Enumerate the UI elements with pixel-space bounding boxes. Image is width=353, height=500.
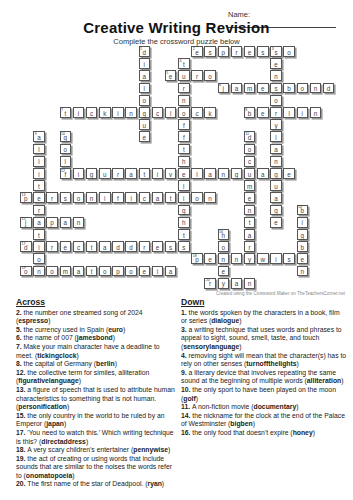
cell-letter: i <box>140 60 150 69</box>
clue-number: 7. <box>16 343 24 350</box>
grid-cell[interactable]: t <box>178 144 190 155</box>
grid-cell[interactable]: t <box>244 217 256 228</box>
grid-cell[interactable]: s <box>270 83 282 94</box>
cell-letter: r <box>192 72 202 81</box>
grid-cell[interactable]: i <box>152 266 164 277</box>
grid-cell[interactable]: d <box>323 83 335 94</box>
grid-cell[interactable]: n <box>270 70 282 81</box>
grid-cell[interactable]: e <box>33 192 45 203</box>
grid-cell[interactable]: 5e <box>165 70 177 81</box>
grid-cell[interactable]: l <box>283 107 295 118</box>
grid-cell[interactable]: n <box>270 156 282 167</box>
grid-cell[interactable]: s <box>283 253 295 264</box>
grid-cell[interactable]: 6j <box>218 83 230 94</box>
grid-cell[interactable]: e <box>270 58 282 69</box>
grid-cell[interactable]: y <box>218 278 230 289</box>
grid-cell[interactable]: t <box>33 180 45 191</box>
grid-cell[interactable]: n <box>310 83 322 94</box>
grid-cell[interactable]: s <box>257 46 269 57</box>
clue-number: 1. <box>181 309 189 316</box>
cell-letter: i <box>34 243 44 252</box>
clue-number: 4. <box>181 352 189 359</box>
cell-letter: y <box>219 279 229 288</box>
grid-cell[interactable]: a <box>99 241 111 252</box>
cell-letter: d <box>21 243 31 252</box>
across-clues-section: Across 2. the number one streamed song o… <box>16 298 176 489</box>
grid-cell[interactable]: 13p <box>20 192 32 203</box>
grid-cell[interactable]: e <box>139 131 151 142</box>
grid-cell[interactable]: r <box>244 241 256 252</box>
grid-cell[interactable]: c <box>191 107 203 118</box>
grid-cell[interactable]: c <box>152 107 164 118</box>
cell-letter: r <box>113 170 123 179</box>
grid-cell[interactable]: n <box>178 95 190 106</box>
grid-cell[interactable]: e <box>283 168 295 179</box>
page-title: Creative Writing Revision <box>0 19 353 36</box>
grid-cell[interactable]: c <box>73 241 85 252</box>
cell-letter: s <box>271 48 281 57</box>
grid-cell[interactable]: 1d <box>139 46 151 57</box>
cell-letter: e <box>284 170 294 179</box>
grid-cell[interactable]: a <box>125 168 137 179</box>
cell-letter: b <box>298 243 308 252</box>
grid-cell[interactable]: a <box>204 168 216 179</box>
cell-letter: i <box>113 109 123 118</box>
grid-cell[interactable]: c <box>139 192 151 203</box>
cell-letter: a <box>245 231 255 240</box>
cell-letter: i <box>153 170 163 179</box>
grid-cell[interactable]: y <box>270 119 282 130</box>
grid-cell[interactable]: n <box>218 253 230 264</box>
grid-cell[interactable]: n <box>244 278 256 289</box>
grid-cell[interactable]: t <box>33 229 45 240</box>
cell-letter: t <box>179 60 189 69</box>
grid-cell[interactable]: p <box>218 46 230 57</box>
clue-answer: japan <box>46 420 64 427</box>
grid-cell[interactable]: i <box>33 168 45 179</box>
cell-letter: u <box>271 182 281 191</box>
grid-cell[interactable]: e <box>178 168 190 179</box>
grid-cell[interactable]: n <box>204 192 216 203</box>
grid-cell[interactable]: i <box>112 107 124 118</box>
cell-letter: h <box>179 157 189 166</box>
cell-letter: a <box>153 194 163 203</box>
grid-cell[interactable]: e <box>244 46 256 57</box>
clue-answer: figurativelanguage <box>18 377 78 384</box>
cell-letter: t <box>179 145 189 154</box>
clue-number: 18. <box>16 446 27 453</box>
cell-letter: s <box>166 243 176 252</box>
cell-letter: o <box>245 145 255 154</box>
grid-cell[interactable]: r <box>270 107 282 118</box>
cell-letter: h <box>219 231 229 240</box>
cell-letter: b <box>298 206 308 215</box>
grid-cell[interactable]: r <box>46 241 58 252</box>
crossword-worksheet: { "game": "crossword", "header": { "name… <box>0 0 353 500</box>
grid-cell[interactable]: o <box>99 266 111 277</box>
grid-cell[interactable]: n <box>218 168 230 179</box>
grid-cell[interactable]: t <box>86 266 98 277</box>
grid-cell[interactable]: t <box>139 168 151 179</box>
grid-cell[interactable]: r <box>231 46 243 57</box>
grid-cell[interactable]: e <box>257 83 269 94</box>
cell-letter: t <box>140 170 150 179</box>
clue-number: 10. <box>181 386 192 393</box>
grid-cell[interactable]: e <box>270 217 282 228</box>
cell-letter: r <box>140 243 150 252</box>
grid-cell[interactable]: i <box>139 58 151 69</box>
grid-cell[interactable]: a <box>165 266 177 277</box>
clue-item: 1. the words spoken by the characters in… <box>181 309 347 326</box>
grid-cell[interactable]: s <box>178 241 190 252</box>
grid-cell[interactable]: h <box>178 217 190 228</box>
grid-cell[interactable]: e <box>60 241 72 252</box>
grid-cell[interactable]: i <box>99 192 111 203</box>
cell-letter: t <box>34 231 44 240</box>
cell-letter: r <box>179 84 189 93</box>
grid-cell[interactable]: 17d <box>20 241 32 252</box>
cell-letter: o <box>219 243 229 252</box>
grid-cell[interactable]: a <box>152 192 164 203</box>
cell-letter: a <box>61 218 71 227</box>
grid-cell[interactable]: e <box>204 253 216 264</box>
grid-cell[interactable]: g <box>231 168 243 179</box>
cell-letter: o <box>205 72 215 81</box>
clue-answer: honey <box>293 429 313 436</box>
cell-letter: p <box>21 194 31 203</box>
grid-cell[interactable]: a <box>270 192 282 203</box>
grid-cell[interactable]: e <box>244 192 256 203</box>
cell-letter: i <box>126 194 136 203</box>
grid-cell[interactable]: i <box>33 241 45 252</box>
grid-cell[interactable]: o <box>297 83 309 94</box>
grid-cell[interactable]: e <box>297 253 309 264</box>
cell-letter: y <box>271 121 281 130</box>
grid-cell[interactable]: a <box>33 217 45 228</box>
grid-cell[interactable]: o <box>204 70 216 81</box>
cell-letter: g <box>87 170 97 179</box>
grid-cell[interactable]: 20r <box>204 278 216 289</box>
cell-letter: g <box>271 206 281 215</box>
grid-cell[interactable]: r <box>46 192 58 203</box>
cell-letter: e <box>271 60 281 69</box>
grid-cell[interactable]: i <box>297 217 309 228</box>
grid-cell[interactable]: l <box>165 107 177 118</box>
cell-letter: a <box>140 72 150 81</box>
grid-cell[interactable]: o <box>244 144 256 155</box>
grid-cell[interactable]: d <box>112 241 124 252</box>
cell-letter: n <box>219 170 229 179</box>
clue-item: 19. the act of creating or using words t… <box>16 455 176 481</box>
cell-letter: a <box>166 267 176 276</box>
cell-letter: n <box>179 96 189 105</box>
cell-letter: n <box>311 109 321 118</box>
grid-cell[interactable]: l <box>139 83 151 94</box>
cell-letter: j <box>21 218 31 227</box>
grid-cell[interactable]: c <box>86 107 98 118</box>
cell-letter: l <box>61 157 71 166</box>
grid-cell[interactable]: n <box>231 253 243 264</box>
grid-cell[interactable]: g <box>178 205 190 216</box>
clue-answer: berlin <box>96 360 115 367</box>
cell-letter: d <box>245 133 255 142</box>
grid-cell[interactable]: o <box>46 266 58 277</box>
grid-cell[interactable]: s <box>204 46 216 57</box>
cell-letter: i <box>74 170 84 179</box>
grid-cell[interactable]: b <box>283 83 295 94</box>
grid-cell[interactable]: m <box>244 180 256 191</box>
grid-cell[interactable]: 4t <box>178 58 190 69</box>
grid-cell[interactable]: a <box>257 168 269 179</box>
grid-cell[interactable]: o <box>125 266 137 277</box>
grid-cell[interactable]: m <box>60 266 72 277</box>
clue-answer: alliteration <box>307 377 341 384</box>
cell-letter: o <box>284 48 294 57</box>
across-clue-list: 2. the number one streamed song of 2024 … <box>16 309 176 489</box>
grid-cell[interactable]: h <box>178 156 190 167</box>
grid-cell[interactable]: c <box>244 156 256 167</box>
cell-letter: i <box>34 170 44 179</box>
grid-cell[interactable]: n <box>86 192 98 203</box>
cell-letter: c <box>74 243 84 252</box>
cell-letter: s <box>61 194 71 203</box>
cell-letter: f <box>179 121 189 130</box>
grid-cell[interactable]: o <box>270 95 282 106</box>
grid-cell[interactable]: 2e <box>191 46 203 57</box>
cell-letter: h <box>179 218 189 227</box>
cell-letter: l <box>284 109 294 118</box>
grid-cell[interactable]: e <box>139 266 151 277</box>
grid-cell[interactable]: u <box>178 70 190 81</box>
grid-cell[interactable]: o <box>191 192 203 203</box>
cell-letter: a <box>34 133 44 142</box>
grid-cell[interactable]: l <box>178 180 190 191</box>
clue-number: 12. <box>16 369 27 376</box>
grid-cell[interactable]: v <box>165 168 177 179</box>
cell-letter: e <box>245 48 255 57</box>
grid-cell[interactable]: o <box>218 241 230 252</box>
grid-cell[interactable]: e <box>257 107 269 118</box>
grid-cell[interactable]: s <box>165 241 177 252</box>
grid-cell[interactable]: u <box>270 180 282 191</box>
grid-cell[interactable]: a <box>60 217 72 228</box>
grid-cell[interactable]: f <box>178 119 190 130</box>
cell-letter: n <box>245 279 255 288</box>
grid-cell[interactable]: g <box>139 107 151 118</box>
grid-cell[interactable]: l <box>33 156 45 167</box>
grid-cell[interactable]: n <box>73 217 85 228</box>
cell-letter: n <box>271 157 281 166</box>
clue-answer: turnoffthelights <box>246 360 296 367</box>
grid-cell[interactable]: u <box>244 168 256 179</box>
grid-cell[interactable]: 3s <box>270 46 282 57</box>
cell-letter: n <box>126 109 136 118</box>
clue-item: 18. A very scary children's entertainer … <box>16 446 176 455</box>
cell-letter: o <box>74 194 84 203</box>
grid-cell[interactable]: n <box>244 205 256 216</box>
grid-cell[interactable]: e <box>218 266 230 277</box>
grid-cell[interactable]: t <box>165 192 177 203</box>
grid-cell[interactable]: n <box>310 107 322 118</box>
clue-item: 10. the only sport to have been played o… <box>181 386 347 403</box>
grid-cell[interactable]: o <box>73 192 85 203</box>
cell-letter: o <box>126 267 136 276</box>
cell-letter: r <box>245 243 255 252</box>
grid-cell[interactable]: i <box>73 107 85 118</box>
cell-letter: k <box>100 109 110 118</box>
grid-cell[interactable]: 10g <box>60 131 72 142</box>
grid-cell[interactable]: f <box>112 192 124 203</box>
grid-cell[interactable]: k <box>99 107 111 118</box>
cell-letter: t <box>245 218 255 227</box>
cell-letter: l <box>140 84 150 93</box>
grid-cell[interactable]: 9a <box>33 131 45 142</box>
grid-cell[interactable]: m <box>244 83 256 94</box>
cell-letter: a <box>34 218 44 227</box>
grid-cell[interactable]: o <box>60 144 72 155</box>
grid-cell[interactable]: e <box>152 241 164 252</box>
clue-item: 12. the collective term for similes, all… <box>16 369 176 386</box>
grid-cell[interactable]: a <box>270 144 282 155</box>
grid-cell[interactable]: f <box>178 131 190 142</box>
grid-cell[interactable]: i <box>297 107 309 118</box>
cell-letter: l <box>271 133 281 142</box>
grid-cell[interactable]: a <box>139 70 151 81</box>
grid-cell[interactable]: k <box>204 107 216 118</box>
grid-cell[interactable]: a <box>244 229 256 240</box>
cell-letter: e <box>179 170 189 179</box>
grid-cell[interactable]: r <box>139 241 151 252</box>
cell-letter: e <box>245 194 255 203</box>
grid-cell[interactable]: g <box>86 168 98 179</box>
cell-letter: d <box>126 243 136 252</box>
grid-cell[interactable]: s <box>60 192 72 203</box>
cell-letter: v <box>166 170 176 179</box>
grid-cell[interactable]: i <box>73 168 85 179</box>
grid-cell[interactable]: l <box>270 131 282 142</box>
grid-cell[interactable]: o <box>283 46 295 57</box>
grid-cell[interactable]: a <box>231 278 243 289</box>
clue-number: 13. <box>16 386 27 393</box>
grid-cell[interactable]: n <box>125 107 137 118</box>
grid-cell[interactable]: i <box>270 253 282 264</box>
cell-letter: i <box>298 109 308 118</box>
cell-letter: m <box>245 84 255 93</box>
grid-cell[interactable]: n <box>33 266 45 277</box>
grid-cell[interactable]: w <box>257 253 269 264</box>
cell-letter: e <box>205 255 215 264</box>
grid-cell[interactable]: 18p <box>191 253 203 264</box>
cell-letter: a <box>126 170 136 179</box>
cell-letter: i <box>100 194 110 203</box>
grid-cell[interactable]: g <box>270 205 282 216</box>
cell-letter: w <box>258 255 268 264</box>
grid-cell[interactable]: t <box>86 241 98 252</box>
clue-answer: dialogue <box>211 317 239 324</box>
grid-cell[interactable]: l <box>191 168 203 179</box>
grid-cell[interactable]: y <box>244 253 256 264</box>
grid-cell[interactable]: r <box>33 205 45 216</box>
cell-letter: d <box>113 243 123 252</box>
grid-cell[interactable]: u <box>139 119 151 130</box>
clue-answer: onomatopoeia <box>26 472 72 479</box>
cell-letter: e <box>153 243 163 252</box>
grid-cell[interactable]: o <box>178 107 190 118</box>
cell-letter: s <box>258 48 268 57</box>
cell-letter: e <box>140 267 150 276</box>
cell-letter: a <box>271 194 281 203</box>
clue-item: 2. the number one streamed song of 2024 … <box>16 309 176 326</box>
clue-number: 19. <box>16 455 27 462</box>
cell-letter: n <box>271 72 281 81</box>
cell-letter: a <box>258 170 268 179</box>
clue-answer: golf <box>183 395 195 402</box>
grid-cell[interactable]: d <box>125 241 137 252</box>
grid-cell[interactable]: 12f <box>60 168 72 179</box>
grid-cell[interactable]: l <box>33 144 45 155</box>
grid-cell[interactable]: i <box>125 192 137 203</box>
cell-letter: n <box>34 267 44 276</box>
cell-letter: p <box>219 48 229 57</box>
grid-cell[interactable]: a <box>231 83 243 94</box>
cell-letter: o <box>140 96 150 105</box>
cell-letter: o <box>47 267 57 276</box>
grid-cell[interactable]: o <box>139 95 151 106</box>
grid-cell[interactable]: 15j <box>20 217 32 228</box>
grid-cell[interactable]: 14b <box>297 205 309 216</box>
clue-item: 11. A non-fiction movie (documentary) <box>181 403 347 412</box>
grid-cell[interactable]: r <box>178 83 190 94</box>
grid-cell[interactable]: p <box>112 266 124 277</box>
cell-letter: i <box>153 267 163 276</box>
clue-item: 15. the only country in the world to be … <box>16 412 176 429</box>
grid-cell[interactable]: 11d <box>244 131 256 142</box>
grid-cell[interactable]: 8b <box>244 107 256 118</box>
cell-letter: s <box>284 255 294 264</box>
grid-cell[interactable]: g <box>270 168 282 179</box>
grid-cell[interactable]: 7t <box>60 107 72 118</box>
cell-letter: i <box>179 194 189 203</box>
cell-letter: g <box>61 133 71 142</box>
clue-answer: sensorylanguage <box>183 343 239 350</box>
grid-cell[interactable]: u <box>99 168 111 179</box>
grid-cell[interactable]: a <box>73 266 85 277</box>
grid-cell[interactable]: t <box>178 229 190 240</box>
grid-cell[interactable]: i <box>152 168 164 179</box>
grid-cell[interactable]: l <box>60 156 72 167</box>
clue-number: 3. <box>181 326 189 333</box>
clue-number: 17. <box>16 429 27 436</box>
grid-cell[interactable]: g <box>297 229 309 240</box>
down-clue-list: 1. the words spoken by the characters in… <box>181 309 347 438</box>
clue-number: 5. <box>16 326 24 333</box>
cell-letter: o <box>61 145 71 154</box>
grid-cell[interactable]: 16h <box>218 229 230 240</box>
cell-letter: e <box>192 48 202 57</box>
grid-cell[interactable]: 19o <box>20 266 32 277</box>
grid-cell[interactable]: r <box>112 168 124 179</box>
cell-letter: o <box>100 267 110 276</box>
grid-cell[interactable]: o <box>33 253 45 264</box>
grid-cell[interactable]: r <box>191 70 203 81</box>
grid-cell[interactable]: i <box>178 192 190 203</box>
cell-letter: c <box>140 194 150 203</box>
grid-cell[interactable]: p <box>46 217 58 228</box>
grid-cell[interactable]: b <box>297 241 309 252</box>
clue-item: 13. a figure of speech that is used to a… <box>16 386 176 412</box>
grid-cell[interactable]: n <box>297 266 309 277</box>
cell-letter: i <box>74 109 84 118</box>
